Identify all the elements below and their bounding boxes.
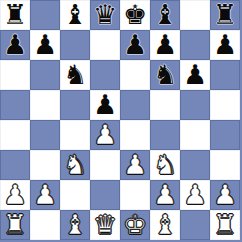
piece-white-knight[interactable]: ♞ xyxy=(63,151,87,178)
square-d2[interactable] xyxy=(90,180,120,210)
square-b3[interactable] xyxy=(30,150,60,180)
piece-black-pawn[interactable]: ♟ xyxy=(33,31,57,58)
square-c5[interactable] xyxy=(60,90,90,120)
piece-black-pawn[interactable]: ♟ xyxy=(153,31,177,58)
square-g6[interactable]: ♟ xyxy=(180,60,210,90)
square-b5[interactable] xyxy=(30,90,60,120)
square-c1[interactable]: ♝ xyxy=(60,210,90,240)
square-h8[interactable]: ♜ xyxy=(210,0,240,30)
square-d6[interactable] xyxy=(90,60,120,90)
square-h4[interactable] xyxy=(210,120,240,150)
square-a4[interactable] xyxy=(0,120,30,150)
piece-black-knight[interactable]: ♞ xyxy=(153,61,177,88)
square-f6[interactable]: ♞ xyxy=(150,60,180,90)
piece-white-queen[interactable]: ♛ xyxy=(93,211,117,238)
square-g4[interactable] xyxy=(180,120,210,150)
square-c3[interactable]: ♞ xyxy=(60,150,90,180)
square-a6[interactable] xyxy=(0,60,30,90)
piece-black-bishop[interactable]: ♝ xyxy=(153,1,177,28)
piece-white-pawn[interactable]: ♟ xyxy=(3,181,27,208)
square-f2[interactable]: ♟ xyxy=(150,180,180,210)
piece-white-bishop[interactable]: ♝ xyxy=(153,211,177,238)
square-c7[interactable] xyxy=(60,30,90,60)
piece-white-rook[interactable]: ♜ xyxy=(3,211,27,238)
piece-black-rook[interactable]: ♜ xyxy=(3,1,27,28)
square-h6[interactable] xyxy=(210,60,240,90)
square-a7[interactable]: ♟ xyxy=(0,30,30,60)
square-a2[interactable]: ♟ xyxy=(0,180,30,210)
piece-black-pawn[interactable]: ♟ xyxy=(93,91,117,118)
piece-white-pawn[interactable]: ♟ xyxy=(123,151,147,178)
square-f4[interactable] xyxy=(150,120,180,150)
square-c4[interactable] xyxy=(60,120,90,150)
square-g8[interactable] xyxy=(180,0,210,30)
square-c8[interactable]: ♝ xyxy=(60,0,90,30)
square-h1[interactable]: ♜ xyxy=(210,210,240,240)
piece-black-pawn[interactable]: ♟ xyxy=(3,31,27,58)
square-f3[interactable]: ♞ xyxy=(150,150,180,180)
square-e6[interactable] xyxy=(120,60,150,90)
square-f8[interactable]: ♝ xyxy=(150,0,180,30)
square-e5[interactable] xyxy=(120,90,150,120)
square-e1[interactable]: ♚ xyxy=(120,210,150,240)
square-e4[interactable] xyxy=(120,120,150,150)
square-c6[interactable]: ♞ xyxy=(60,60,90,90)
piece-black-knight[interactable]: ♞ xyxy=(63,61,87,88)
piece-white-pawn[interactable]: ♟ xyxy=(213,181,237,208)
square-g3[interactable] xyxy=(180,150,210,180)
piece-black-rook[interactable]: ♜ xyxy=(213,1,237,28)
square-a8[interactable]: ♜ xyxy=(0,0,30,30)
piece-black-bishop[interactable]: ♝ xyxy=(63,1,87,28)
square-b4[interactable] xyxy=(30,120,60,150)
piece-black-queen[interactable]: ♛ xyxy=(93,1,117,28)
square-d4[interactable]: ♟ xyxy=(90,120,120,150)
square-b8[interactable] xyxy=(30,0,60,30)
square-c2[interactable] xyxy=(60,180,90,210)
square-h5[interactable] xyxy=(210,90,240,120)
square-h2[interactable]: ♟ xyxy=(210,180,240,210)
piece-white-rook[interactable]: ♜ xyxy=(213,211,237,238)
chess-board-wrap: ♜♝♛♚♝♜♟♟♟♟♟♞♞♟♟♟♞♟♞♟♟♟♟♟♜♝♛♚♝♜ xyxy=(0,0,242,242)
square-b7[interactable]: ♟ xyxy=(30,30,60,60)
square-g5[interactable] xyxy=(180,90,210,120)
piece-white-pawn[interactable]: ♟ xyxy=(93,121,117,148)
square-f5[interactable] xyxy=(150,90,180,120)
square-h3[interactable] xyxy=(210,150,240,180)
square-g2[interactable]: ♟ xyxy=(180,180,210,210)
piece-white-king[interactable]: ♚ xyxy=(123,211,147,238)
piece-black-pawn[interactable]: ♟ xyxy=(183,61,207,88)
square-b2[interactable]: ♟ xyxy=(30,180,60,210)
piece-white-knight[interactable]: ♞ xyxy=(153,151,177,178)
square-e8[interactable]: ♚ xyxy=(120,0,150,30)
square-a3[interactable] xyxy=(0,150,30,180)
square-a1[interactable]: ♜ xyxy=(0,210,30,240)
piece-white-pawn[interactable]: ♟ xyxy=(183,181,207,208)
square-d5[interactable]: ♟ xyxy=(90,90,120,120)
square-e7[interactable]: ♟ xyxy=(120,30,150,60)
piece-black-king[interactable]: ♚ xyxy=(123,1,147,28)
square-d3[interactable] xyxy=(90,150,120,180)
square-e2[interactable] xyxy=(120,180,150,210)
piece-white-pawn[interactable]: ♟ xyxy=(33,181,57,208)
square-b1[interactable] xyxy=(30,210,60,240)
square-f7[interactable]: ♟ xyxy=(150,30,180,60)
piece-black-pawn[interactable]: ♟ xyxy=(213,31,237,58)
square-d8[interactable]: ♛ xyxy=(90,0,120,30)
square-d7[interactable] xyxy=(90,30,120,60)
square-g7[interactable] xyxy=(180,30,210,60)
square-f1[interactable]: ♝ xyxy=(150,210,180,240)
square-g1[interactable] xyxy=(180,210,210,240)
square-a5[interactable] xyxy=(0,90,30,120)
square-h7[interactable]: ♟ xyxy=(210,30,240,60)
piece-white-bishop[interactable]: ♝ xyxy=(63,211,87,238)
piece-black-pawn[interactable]: ♟ xyxy=(123,31,147,58)
square-b6[interactable] xyxy=(30,60,60,90)
chess-board: ♜♝♛♚♝♜♟♟♟♟♟♞♞♟♟♟♞♟♞♟♟♟♟♟♜♝♛♚♝♜ xyxy=(0,0,240,240)
square-d1[interactable]: ♛ xyxy=(90,210,120,240)
square-e3[interactable]: ♟ xyxy=(120,150,150,180)
piece-white-pawn[interactable]: ♟ xyxy=(153,181,177,208)
